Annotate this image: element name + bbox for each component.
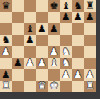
square-f7[interactable]: ♟	[60, 12, 72, 24]
square-a8[interactable]: ♛	[0, 0, 12, 12]
square-f8[interactable]: ♝	[60, 0, 72, 12]
square-e6[interactable]: ♟	[48, 23, 60, 35]
square-c7[interactable]	[24, 12, 36, 24]
white-pawn: ♟	[2, 46, 11, 56]
black-pawn: ♟	[14, 58, 23, 68]
square-e7[interactable]	[48, 12, 60, 24]
black-rook: ♜	[86, 0, 95, 10]
white-pawn: ♟	[38, 58, 47, 68]
square-g3[interactable]	[72, 58, 84, 70]
white-knight: ♞	[62, 46, 71, 56]
square-c8[interactable]	[24, 0, 36, 12]
square-b8[interactable]	[12, 0, 24, 12]
square-e4[interactable]: ♟	[48, 46, 60, 58]
square-h5[interactable]	[84, 35, 96, 47]
white-bishop: ♝	[50, 58, 59, 68]
square-c5[interactable]: ♟	[24, 35, 36, 47]
square-a6[interactable]	[0, 23, 12, 35]
square-e8[interactable]: ♚	[48, 0, 60, 12]
square-a3[interactable]	[0, 58, 12, 70]
square-e2[interactable]	[48, 69, 60, 81]
black-king: ♚	[50, 0, 59, 10]
square-b4[interactable]	[12, 46, 24, 58]
square-f6[interactable]	[60, 23, 72, 35]
square-e1[interactable]: ♚	[48, 81, 60, 93]
square-h3[interactable]	[84, 58, 96, 70]
square-f4[interactable]: ♞	[60, 46, 72, 58]
square-d6[interactable]: ♟	[36, 23, 48, 35]
black-pawn: ♟	[50, 23, 59, 33]
square-g5[interactable]	[72, 35, 84, 47]
white-rook: ♜	[2, 81, 11, 91]
square-d8[interactable]	[36, 0, 48, 12]
square-b7[interactable]	[12, 12, 24, 24]
white-pawn: ♟	[74, 69, 83, 79]
square-d3[interactable]: ♟	[36, 58, 48, 70]
screenshot-root: ♛♚♝♞♜♟♟♟♝♟♟♞♟♟♟♞♟♟♟♝♞♟♟♟♟♜♛♚♜	[0, 0, 100, 99]
square-a4[interactable]: ♟	[0, 46, 12, 58]
black-pawn: ♟	[74, 12, 83, 22]
white-queen: ♛	[38, 81, 47, 91]
black-queen: ♛	[2, 0, 11, 10]
square-g6[interactable]	[72, 23, 84, 35]
white-pawn: ♟	[50, 46, 59, 56]
square-f1[interactable]	[60, 81, 72, 93]
square-a5[interactable]: ♞	[0, 35, 12, 47]
square-h7[interactable]: ♟	[84, 12, 96, 24]
square-d2[interactable]	[36, 69, 48, 81]
square-d4[interactable]	[36, 46, 48, 58]
square-f2[interactable]: ♟	[60, 69, 72, 81]
square-g2[interactable]: ♟	[72, 69, 84, 81]
square-b3[interactable]: ♟	[12, 58, 24, 70]
white-knight: ♞	[62, 58, 71, 68]
square-a7[interactable]	[0, 12, 12, 24]
square-g4[interactable]	[72, 46, 84, 58]
square-c2[interactable]	[24, 69, 36, 81]
square-b1[interactable]	[12, 81, 24, 93]
square-d1[interactable]: ♛	[36, 81, 48, 93]
white-rook: ♜	[86, 81, 95, 91]
square-c3[interactable]: ♟	[24, 58, 36, 70]
square-e5[interactable]	[48, 35, 60, 47]
square-c6[interactable]: ♝	[24, 23, 36, 35]
square-d5[interactable]	[36, 35, 48, 47]
square-h1[interactable]: ♜	[84, 81, 96, 93]
square-a2[interactable]: ♟	[0, 69, 12, 81]
square-e3[interactable]: ♝	[48, 58, 60, 70]
square-h8[interactable]: ♜	[84, 0, 96, 12]
square-c4[interactable]	[24, 46, 36, 58]
square-h2[interactable]: ♟	[84, 69, 96, 81]
chess-board: ♛♚♝♞♜♟♟♟♝♟♟♞♟♟♟♞♟♟♟♝♞♟♟♟♟♜♛♚♜	[0, 0, 96, 92]
black-pawn: ♟	[26, 35, 35, 45]
square-b5[interactable]	[12, 35, 24, 47]
white-pawn: ♟	[86, 69, 95, 79]
square-c1[interactable]	[24, 81, 36, 93]
square-g8[interactable]: ♞	[72, 0, 84, 12]
square-g7[interactable]: ♟	[72, 12, 84, 24]
square-d7[interactable]	[36, 12, 48, 24]
white-pawn: ♟	[26, 58, 35, 68]
black-pawn: ♟	[62, 12, 71, 22]
square-f5[interactable]	[60, 35, 72, 47]
square-f3[interactable]: ♞	[60, 58, 72, 70]
black-knight: ♞	[2, 35, 11, 45]
black-bishop: ♝	[26, 23, 35, 33]
square-a1[interactable]: ♜	[0, 81, 12, 93]
black-bishop: ♝	[62, 0, 71, 10]
white-king: ♚	[50, 81, 59, 91]
black-pawn: ♟	[38, 23, 47, 33]
black-pawn: ♟	[86, 12, 95, 22]
square-g1[interactable]	[72, 81, 84, 93]
black-knight: ♞	[74, 0, 83, 10]
square-b6[interactable]	[12, 23, 24, 35]
square-h4[interactable]	[84, 46, 96, 58]
square-b2[interactable]	[12, 69, 24, 81]
black-pawn: ♟	[2, 69, 11, 79]
white-pawn: ♟	[62, 69, 71, 79]
square-h6[interactable]	[84, 23, 96, 35]
